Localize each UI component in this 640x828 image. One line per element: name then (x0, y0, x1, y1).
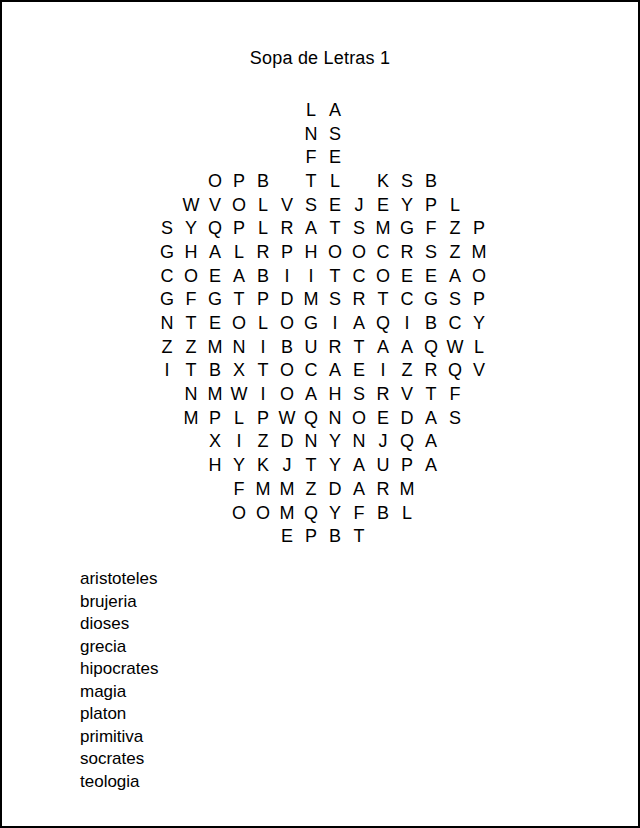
grid-cell-empty (467, 122, 491, 146)
grid-cell: L (227, 240, 251, 264)
grid-cell: R (371, 477, 395, 501)
grid-cell: F (347, 501, 371, 525)
grid-cell: P (299, 524, 323, 548)
grid-cell-empty (347, 145, 371, 169)
grid-cell: L (251, 311, 275, 335)
grid-cell: O (203, 169, 227, 193)
grid-cell-empty (251, 98, 275, 122)
grid-cell: I (395, 311, 419, 335)
grid-cell: Q (299, 501, 323, 525)
grid-cell: S (347, 382, 371, 406)
grid-cell-empty (155, 453, 179, 477)
grid-cell-empty (155, 145, 179, 169)
grid-cell: R (395, 240, 419, 264)
grid-cell: A (299, 216, 323, 240)
grid-cell: D (275, 288, 299, 312)
grid-cell: Y (323, 430, 347, 454)
grid-cell-empty (443, 98, 467, 122)
grid-cell-empty (419, 145, 443, 169)
grid-cell: Y (179, 216, 203, 240)
grid-cell-empty (467, 477, 491, 501)
grid-cell: Z (443, 240, 467, 264)
grid-cell-empty (179, 453, 203, 477)
grid-cell: Y (323, 453, 347, 477)
grid-cell: F (179, 288, 203, 312)
grid-cell: P (467, 216, 491, 240)
grid-cell: E (323, 145, 347, 169)
grid-cell-empty (251, 122, 275, 146)
grid-cell: E (395, 264, 419, 288)
grid-cell: C (155, 264, 179, 288)
grid-cell-empty (203, 477, 227, 501)
grid-cell: S (299, 193, 323, 217)
grid-cell: Z (155, 335, 179, 359)
grid-cell-empty (419, 122, 443, 146)
grid-cell-empty (179, 430, 203, 454)
grid-cell: M (371, 216, 395, 240)
grid-cell: P (467, 288, 491, 312)
grid-cell: T (299, 453, 323, 477)
grid-cell: M (395, 477, 419, 501)
grid-cell: P (395, 453, 419, 477)
grid-cell: B (251, 169, 275, 193)
grid-cell: Z (443, 216, 467, 240)
grid-cell: P (419, 193, 443, 217)
grid-cell-empty (395, 98, 419, 122)
grid-cell-empty (179, 477, 203, 501)
puzzle-title: Sopa de Letras 1 (2, 48, 638, 69)
grid-cell: A (347, 453, 371, 477)
grid-cell: O (227, 311, 251, 335)
grid-cell: P (251, 406, 275, 430)
grid-cell: N (299, 122, 323, 146)
grid-cell-empty (251, 524, 275, 548)
grid-cell: E (203, 311, 227, 335)
grid-cell-empty (467, 98, 491, 122)
grid-cell-empty (275, 169, 299, 193)
grid-cell: C (443, 311, 467, 335)
grid-cell-empty (467, 430, 491, 454)
grid-cell-empty (443, 501, 467, 525)
word-item: dioses (80, 613, 158, 636)
grid-cell: N (179, 382, 203, 406)
grid-cell: B (203, 359, 227, 383)
grid-cell: A (323, 359, 347, 383)
grid-cell: Q (203, 216, 227, 240)
grid-cell: G (395, 216, 419, 240)
grid-cell: G (299, 311, 323, 335)
grid-cell-empty (155, 193, 179, 217)
grid-cell-empty (467, 382, 491, 406)
grid-cell: W (227, 382, 251, 406)
grid-cell-empty (203, 122, 227, 146)
grid-cell: Y (467, 311, 491, 335)
grid-cell: A (419, 430, 443, 454)
word-item: magia (80, 681, 158, 704)
grid-cell: M (179, 406, 203, 430)
grid-cell-empty (347, 169, 371, 193)
grid-cell: Z (179, 335, 203, 359)
grid-cell-empty (275, 145, 299, 169)
grid-cell: P (227, 169, 251, 193)
grid-cell-empty (155, 122, 179, 146)
grid-cell-empty (443, 430, 467, 454)
grid-cell: B (419, 311, 443, 335)
grid-cell: R (371, 382, 395, 406)
grid-cell-empty (467, 193, 491, 217)
grid-cell-empty (155, 98, 179, 122)
grid-cell: M (203, 382, 227, 406)
grid-cell-empty (371, 145, 395, 169)
grid-cell: T (179, 311, 203, 335)
grid-cell: N (323, 406, 347, 430)
grid-cell: G (419, 288, 443, 312)
grid-cell: A (347, 311, 371, 335)
grid-cell: B (419, 169, 443, 193)
grid-cell: M (251, 477, 275, 501)
grid-cell-empty (179, 501, 203, 525)
grid-cell: I (227, 430, 251, 454)
grid-cell: X (227, 359, 251, 383)
grid-cell: T (347, 335, 371, 359)
grid-cell: C (347, 264, 371, 288)
grid-cell: C (299, 359, 323, 383)
grid-cell: I (371, 359, 395, 383)
grid-cell: H (299, 240, 323, 264)
grid-cell-empty (467, 169, 491, 193)
grid-cell: V (275, 193, 299, 217)
grid-cell: O (227, 501, 251, 525)
grid-cell-empty (443, 145, 467, 169)
grid-cell: W (179, 193, 203, 217)
grid-cell: N (347, 430, 371, 454)
grid-cell-empty (155, 406, 179, 430)
grid-cell-empty (395, 145, 419, 169)
grid-cell-empty (419, 501, 443, 525)
grid-cell: B (371, 501, 395, 525)
grid-cell: T (227, 288, 251, 312)
grid-cell: B (275, 335, 299, 359)
grid-cell: H (323, 382, 347, 406)
grid-cell: D (395, 406, 419, 430)
grid-cell: J (371, 430, 395, 454)
grid-cell: Q (371, 311, 395, 335)
grid-cell: M (467, 240, 491, 264)
grid-cell: B (251, 264, 275, 288)
grid-cell: S (443, 406, 467, 430)
grid-cell: V (395, 382, 419, 406)
grid-cell-empty (179, 524, 203, 548)
grid-cell: O (227, 193, 251, 217)
grid-cell-empty (203, 98, 227, 122)
grid-cell-empty (227, 524, 251, 548)
grid-cell-empty (275, 122, 299, 146)
grid-cell-empty (467, 453, 491, 477)
grid-cell: K (371, 169, 395, 193)
grid-cell-empty (275, 98, 299, 122)
grid-cell: G (155, 288, 179, 312)
grid-cell: L (395, 501, 419, 525)
grid-cell-empty (395, 524, 419, 548)
grid-cell: O (467, 264, 491, 288)
grid-cell: E (323, 193, 347, 217)
grid-cell: N (227, 335, 251, 359)
grid-cell-empty (371, 122, 395, 146)
grid-cell: R (323, 335, 347, 359)
grid-cell: S (323, 288, 347, 312)
word-item: brujeria (80, 591, 158, 614)
grid-cell-empty (203, 145, 227, 169)
grid-cell: V (467, 359, 491, 383)
word-item: socrates (80, 748, 158, 771)
grid-cell: O (179, 264, 203, 288)
grid-cell: H (203, 453, 227, 477)
grid-cell: T (371, 288, 395, 312)
grid-cell: L (467, 335, 491, 359)
grid-cell-empty (419, 524, 443, 548)
grid-cell-empty (179, 98, 203, 122)
grid-cell: I (323, 311, 347, 335)
grid-cell-empty (443, 169, 467, 193)
grid-cell-empty (203, 501, 227, 525)
grid-cell-empty (443, 524, 467, 548)
grid-cell: A (323, 98, 347, 122)
grid-cell: A (419, 406, 443, 430)
grid-cell: R (275, 216, 299, 240)
grid-cell: A (443, 264, 467, 288)
grid-cell: A (227, 264, 251, 288)
grid-cell-empty (227, 98, 251, 122)
grid-cell: E (371, 193, 395, 217)
grid-cell: Q (299, 406, 323, 430)
grid-cell: F (443, 382, 467, 406)
grid-cell: E (347, 359, 371, 383)
grid-cell-empty (395, 122, 419, 146)
grid-cell: Y (395, 193, 419, 217)
grid-cell: X (203, 430, 227, 454)
grid-cell: A (419, 453, 443, 477)
grid-cell-empty (419, 98, 443, 122)
grid-cell: N (299, 430, 323, 454)
word-item: platon (80, 703, 158, 726)
grid-cell: L (251, 193, 275, 217)
grid-cell: P (227, 216, 251, 240)
grid-cell: L (323, 169, 347, 193)
grid-cell: G (203, 288, 227, 312)
grid-cell-empty (155, 501, 179, 525)
grid-cell-empty (347, 122, 371, 146)
grid-cell: O (275, 359, 299, 383)
grid-cell: O (347, 406, 371, 430)
grid-cell: A (203, 240, 227, 264)
grid-cell-empty (227, 145, 251, 169)
grid-cell-empty (155, 169, 179, 193)
grid-cell-empty (227, 122, 251, 146)
grid-cell: O (251, 501, 275, 525)
grid-cell: Q (395, 430, 419, 454)
grid-cell: E (371, 406, 395, 430)
grid-cell: S (155, 216, 179, 240)
grid-cell-empty (371, 524, 395, 548)
word-list: aristotelesbrujeriadiosesgreciahipocrate… (80, 568, 158, 793)
grid-cell: L (443, 193, 467, 217)
grid-cell-empty (155, 524, 179, 548)
grid-cell: F (419, 216, 443, 240)
grid-cell: S (395, 169, 419, 193)
grid-cell-empty (179, 169, 203, 193)
grid-cell: E (203, 264, 227, 288)
grid-cell: L (251, 216, 275, 240)
grid-cell: D (323, 477, 347, 501)
grid-cell: O (323, 240, 347, 264)
grid-cell: P (251, 288, 275, 312)
grid-cell: L (299, 98, 323, 122)
word-item: primitiva (80, 726, 158, 749)
grid-cell: G (155, 240, 179, 264)
grid-cell-empty (467, 501, 491, 525)
grid-cell-empty (467, 524, 491, 548)
grid-cell-empty (371, 98, 395, 122)
grid-cell: Y (227, 453, 251, 477)
grid-cell-empty (467, 145, 491, 169)
grid-cell: I (251, 382, 275, 406)
grid-cell-empty (251, 145, 275, 169)
grid-cell: Z (299, 477, 323, 501)
grid-cell-empty (443, 453, 467, 477)
grid-cell: T (179, 359, 203, 383)
grid-cell: I (251, 335, 275, 359)
grid-cell: M (299, 288, 323, 312)
grid-cell: O (347, 240, 371, 264)
grid-cell: C (371, 240, 395, 264)
grid-cell: J (347, 193, 371, 217)
grid-cell-empty (347, 98, 371, 122)
grid-cell: T (323, 264, 347, 288)
grid-cell: O (275, 311, 299, 335)
grid-cell: W (275, 406, 299, 430)
grid-cell: S (323, 122, 347, 146)
grid-cell: N (155, 311, 179, 335)
grid-cell: F (299, 145, 323, 169)
grid-cell: Y (323, 501, 347, 525)
word-item: grecia (80, 636, 158, 659)
word-item: aristoteles (80, 568, 158, 591)
grid-cell: B (323, 524, 347, 548)
grid-cell: U (299, 335, 323, 359)
grid-cell: M (203, 335, 227, 359)
grid-cell: R (347, 288, 371, 312)
puzzle-page: { "game": "word-search (sopa de letras)"… (0, 0, 640, 828)
grid-cell-empty (419, 477, 443, 501)
grid-cell: O (371, 264, 395, 288)
grid-cell: A (395, 335, 419, 359)
grid-cell: O (275, 382, 299, 406)
grid-cell: L (227, 406, 251, 430)
grid-cell: I (299, 264, 323, 288)
grid-cell: S (443, 288, 467, 312)
grid-cell-empty (155, 430, 179, 454)
grid-cell: T (299, 169, 323, 193)
grid-cell: T (251, 359, 275, 383)
grid-cell: A (299, 382, 323, 406)
grid-cell: T (347, 524, 371, 548)
grid-cell: A (347, 477, 371, 501)
grid-cell-empty (443, 477, 467, 501)
grid-cell: S (419, 240, 443, 264)
grid-cell: I (155, 359, 179, 383)
grid-cell-empty (179, 122, 203, 146)
grid-cell: J (275, 453, 299, 477)
grid-cell: V (203, 193, 227, 217)
grid-cell-empty (155, 477, 179, 501)
grid-cell: T (419, 382, 443, 406)
grid-cell: Q (443, 359, 467, 383)
grid-cell: E (419, 264, 443, 288)
grid-cell: W (443, 335, 467, 359)
grid-cell-empty (179, 145, 203, 169)
grid-cell: Q (419, 335, 443, 359)
grid-cell-empty (155, 382, 179, 406)
grid-cell: U (371, 453, 395, 477)
grid-cell: H (179, 240, 203, 264)
grid-cell: Z (395, 359, 419, 383)
word-item: hipocrates (80, 658, 158, 681)
word-item: teologia (80, 771, 158, 794)
grid-cell: S (347, 216, 371, 240)
grid-cell: R (251, 240, 275, 264)
grid-cell: P (203, 406, 227, 430)
grid-cell: T (323, 216, 347, 240)
puzzle-grid: LANSFEOPBTLKSBWVOLVSEJEYPLSYQPLRATSMGFZP… (155, 98, 491, 548)
grid-cell-empty (203, 524, 227, 548)
grid-cell: A (371, 335, 395, 359)
grid-cell: I (275, 264, 299, 288)
grid-cell: F (227, 477, 251, 501)
grid-cell: C (395, 288, 419, 312)
grid-cell: M (275, 477, 299, 501)
grid-cell: M (275, 501, 299, 525)
grid-cell: R (419, 359, 443, 383)
grid-cell: Z (251, 430, 275, 454)
grid-cell: D (275, 430, 299, 454)
grid-cell: K (251, 453, 275, 477)
grid-cell: E (275, 524, 299, 548)
grid-cell: P (275, 240, 299, 264)
grid-cell-empty (443, 122, 467, 146)
grid-cell-empty (467, 406, 491, 430)
